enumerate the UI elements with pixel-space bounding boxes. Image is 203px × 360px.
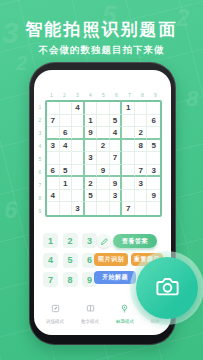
- sudoku-cell-r4c5[interactable]: 2: [97, 140, 110, 153]
- sudoku-cell-r2c6[interactable]: 5: [110, 115, 123, 128]
- sudoku-cell-r3c5[interactable]: [97, 127, 110, 140]
- sudoku-cell-r8c3[interactable]: [72, 190, 85, 203]
- sudoku-cell-r2c5[interactable]: [97, 115, 110, 128]
- pencil-icon: [100, 232, 109, 250]
- sudoku-cell-r6c5[interactable]: 9: [97, 165, 110, 178]
- tab-training-mode[interactable]: 训练模式: [45, 299, 65, 324]
- tab-label: 解题模式: [116, 318, 134, 323]
- sudoku-cell-r3c4[interactable]: 9: [85, 127, 98, 140]
- sudoku-cell-r2c3[interactable]: [72, 115, 85, 128]
- sudoku-cell-r4c3[interactable]: [72, 140, 85, 153]
- page-title: 智能拍照识别题面: [0, 18, 203, 41]
- sudoku-cell-r7c2[interactable]: 1: [60, 177, 73, 190]
- sudoku-cell-r8c5[interactable]: [97, 190, 110, 203]
- numpad-key-1[interactable]: 1: [43, 233, 58, 248]
- sudoku-cell-r8c7[interactable]: [122, 190, 135, 203]
- column-label: 9: [149, 92, 162, 98]
- sudoku-cell-r6c2[interactable]: 5: [60, 165, 73, 178]
- sudoku-cell-r7c1[interactable]: [47, 177, 60, 190]
- sudoku-cell-r9c3[interactable]: 3: [72, 202, 85, 215]
- row-label: 3: [37, 126, 43, 139]
- sudoku-cell-r9c1[interactable]: [47, 202, 60, 215]
- column-label: 2: [58, 92, 71, 98]
- sudoku-cell-r4c2[interactable]: 4: [60, 140, 73, 153]
- sudoku-cell-r4c7[interactable]: [122, 140, 135, 153]
- sudoku-cell-r7c4[interactable]: 2: [85, 177, 98, 190]
- column-label: 3: [71, 92, 84, 98]
- sudoku-cell-r2c1[interactable]: 7: [47, 115, 60, 128]
- row-label: 8: [37, 191, 43, 204]
- column-label: 5: [97, 92, 110, 98]
- book-icon: [86, 299, 95, 317]
- sudoku-cell-r5c8[interactable]: [135, 152, 148, 165]
- sudoku-cell-r1c1[interactable]: [47, 102, 60, 115]
- number-pad: 123456789: [43, 233, 99, 287]
- sudoku-cell-r7c9[interactable]: [147, 177, 160, 190]
- tab-label: 训练模式: [46, 318, 64, 323]
- sudoku-cell-r6c3[interactable]: [72, 165, 85, 178]
- photo-recognize-button[interactable]: 照片识别: [94, 253, 128, 266]
- pencil-note-button[interactable]: [97, 234, 111, 248]
- row-label: 1: [37, 100, 43, 113]
- camera-icon: [154, 273, 181, 304]
- sudoku-cell-r6c6[interactable]: [110, 165, 123, 178]
- sudoku-cell-r1c3[interactable]: 4: [72, 102, 85, 115]
- sudoku-cell-r6c9[interactable]: 3: [147, 165, 160, 178]
- sudoku-cell-r2c7[interactable]: [122, 115, 135, 128]
- column-label: 8: [136, 92, 149, 98]
- sudoku-cell-r4c9[interactable]: 5: [147, 140, 160, 153]
- sudoku-cell-r8c2[interactable]: [60, 190, 73, 203]
- column-label: 1: [45, 92, 58, 98]
- sudoku-cell-r5c3[interactable]: [72, 152, 85, 165]
- view-answer-button[interactable]: 查看答案: [113, 234, 157, 248]
- row-label: 4: [37, 139, 43, 152]
- numpad-key-8[interactable]: 8: [63, 272, 78, 287]
- sudoku-cell-r3c9[interactable]: [147, 127, 160, 140]
- sudoku-cell-r8c6[interactable]: 3: [110, 190, 123, 203]
- sudoku-cell-r1c9[interactable]: [147, 102, 160, 115]
- lightbulb-icon: [120, 299, 129, 317]
- sudoku-cell-r1c5[interactable]: [97, 102, 110, 115]
- sudoku-cell-r9c6[interactable]: [110, 202, 123, 215]
- sudoku-cell-r4c8[interactable]: 8: [135, 140, 148, 153]
- sudoku-cell-r7c7[interactable]: [122, 177, 135, 190]
- app-promo-page: 352286 智能拍照识别题面 不会做的数独题目拍下来做 123456789 1…: [0, 0, 203, 360]
- sudoku-cell-r9c4[interactable]: [85, 202, 98, 215]
- sudoku-cell-r5c1[interactable]: [47, 152, 60, 165]
- sudoku-board: 41715669423428537659731293453937: [45, 100, 162, 217]
- numpad-key-7[interactable]: 7: [43, 272, 58, 287]
- sudoku-cell-r7c8[interactable]: 3: [135, 177, 148, 190]
- numpad-key-4[interactable]: 4: [43, 253, 58, 268]
- sudoku-cell-r6c7[interactable]: [122, 165, 135, 178]
- sudoku-cell-r5c6[interactable]: 7: [110, 152, 123, 165]
- sudoku-cell-r8c9[interactable]: 9: [147, 190, 160, 203]
- page-subtitle: 不会做的数独题目拍下来做: [0, 44, 203, 57]
- sudoku-cell-r6c8[interactable]: 7: [135, 165, 148, 178]
- sudoku-cell-r5c5[interactable]: [97, 152, 110, 165]
- camera-button[interactable]: [136, 257, 198, 319]
- sudoku-cell-r1c4[interactable]: [85, 102, 98, 115]
- sudoku-cell-r2c9[interactable]: 6: [147, 115, 160, 128]
- sudoku-cell-r3c7[interactable]: [122, 127, 135, 140]
- sudoku-cell-r3c6[interactable]: 4: [110, 127, 123, 140]
- sudoku-cell-r2c8[interactable]: [135, 115, 148, 128]
- sudoku-cell-r5c2[interactable]: [60, 152, 73, 165]
- tab-label: 教学模式: [81, 318, 99, 323]
- sudoku-cell-r5c4[interactable]: 3: [85, 152, 98, 165]
- sudoku-cell-r6c4[interactable]: [85, 165, 98, 178]
- sudoku-cell-r6c1[interactable]: 6: [47, 165, 60, 178]
- numpad-key-2[interactable]: 2: [63, 233, 78, 248]
- numpad-key-5[interactable]: 5: [63, 253, 78, 268]
- column-label: 4: [84, 92, 97, 98]
- sudoku-cell-r4c6[interactable]: [110, 140, 123, 153]
- sudoku-cell-r8c8[interactable]: [135, 190, 148, 203]
- tab-teaching-mode[interactable]: 教学模式: [80, 299, 100, 324]
- sudoku-cell-r9c9[interactable]: [147, 202, 160, 215]
- sudoku-cell-r4c1[interactable]: 3: [47, 140, 60, 153]
- sudoku-cell-r3c2[interactable]: 6: [60, 127, 73, 140]
- row-label: 2: [37, 113, 43, 126]
- sudoku-cell-r1c8[interactable]: [135, 102, 148, 115]
- sudoku-cell-r8c4[interactable]: 5: [85, 190, 98, 203]
- sudoku-cell-r9c2[interactable]: [60, 202, 73, 215]
- sudoku-cell-r4c4[interactable]: [85, 140, 98, 153]
- row-label: 6: [37, 165, 43, 178]
- board-column-labels: 123456789: [45, 92, 162, 98]
- sudoku-cell-r7c6[interactable]: 9: [110, 177, 123, 190]
- row-label: 9: [37, 204, 43, 217]
- sudoku-cell-r1c7[interactable]: 1: [122, 102, 135, 115]
- row-label: 5: [37, 152, 43, 165]
- column-label: 7: [123, 92, 136, 98]
- sudoku-cell-r1c2[interactable]: [60, 102, 73, 115]
- sudoku-cell-r5c9[interactable]: [147, 152, 160, 165]
- numpad-key-3[interactable]: 3: [82, 233, 97, 248]
- row-label: 7: [37, 178, 43, 191]
- sudoku-cell-r3c3[interactable]: [72, 127, 85, 140]
- sudoku-cell-r5c7[interactable]: [122, 152, 135, 165]
- sudoku-cell-r9c8[interactable]: [135, 202, 148, 215]
- column-label: 6: [110, 92, 123, 98]
- sudoku-cell-r3c8[interactable]: 2: [135, 127, 148, 140]
- sudoku-cell-r3c1[interactable]: [47, 127, 60, 140]
- sudoku-cell-r2c2[interactable]: [60, 115, 73, 128]
- sudoku-cell-r2c4[interactable]: 1: [85, 115, 98, 128]
- board-row-labels: 123456789: [37, 100, 43, 217]
- pencil-square-icon: [51, 299, 60, 317]
- sudoku-cell-r1c6[interactable]: [110, 102, 123, 115]
- sudoku-cell-r9c5[interactable]: [97, 202, 110, 215]
- sudoku-cell-r7c5[interactable]: [97, 177, 110, 190]
- sudoku-cell-r8c1[interactable]: 4: [47, 190, 60, 203]
- sudoku-cell-r9c7[interactable]: 7: [122, 202, 135, 215]
- sudoku-cell-r7c3[interactable]: [72, 177, 85, 190]
